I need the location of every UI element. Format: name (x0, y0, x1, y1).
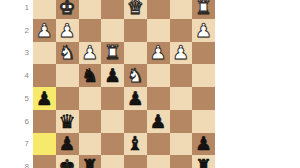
white-pawn: ♟ (59, 21, 76, 40)
square-a8[interactable]: ♜ (192, 155, 215, 168)
square-c8[interactable] (147, 155, 170, 168)
square-h8[interactable] (33, 155, 56, 168)
black-king: ♚ (59, 157, 76, 168)
chess-board[interactable]: ♚♛♜♟♟♟♞♟♜♟♟♞♟♞♟♟♛♟♟♝♟♚♜♜ (33, 0, 215, 168)
white-rook: ♜ (195, 0, 212, 17)
square-b5[interactable] (170, 87, 193, 110)
white-pawn: ♟ (195, 21, 212, 40)
square-g3[interactable]: ♞ (56, 42, 79, 65)
black-pawn: ♟ (59, 134, 76, 153)
square-a3[interactable] (192, 42, 215, 65)
square-c6[interactable]: ♟ (147, 110, 170, 133)
square-c1[interactable] (147, 0, 170, 19)
square-a4[interactable] (192, 64, 215, 87)
rank-label-8: 8 (0, 155, 31, 168)
square-e3[interactable]: ♜ (101, 42, 124, 65)
square-b2[interactable] (170, 19, 193, 42)
white-rook: ♜ (104, 43, 121, 62)
square-g5[interactable] (56, 87, 79, 110)
square-d5[interactable]: ♟ (124, 87, 147, 110)
rank-label-2: 2 (0, 19, 31, 42)
black-pawn: ♟ (104, 66, 121, 85)
square-d6[interactable] (124, 110, 147, 133)
square-f1[interactable] (79, 0, 102, 19)
black-rook: ♜ (195, 157, 212, 168)
square-a6[interactable] (192, 110, 215, 133)
square-g1[interactable]: ♚ (56, 0, 79, 19)
square-e1[interactable] (101, 0, 124, 19)
rank-label-6: 6 (0, 110, 31, 133)
black-rook: ♜ (81, 157, 98, 168)
square-g7[interactable]: ♟ (56, 133, 79, 156)
square-e8[interactable] (101, 155, 124, 168)
square-b3[interactable]: ♟ (170, 42, 193, 65)
square-g6[interactable]: ♛ (56, 110, 79, 133)
square-d2[interactable] (124, 19, 147, 42)
square-d8[interactable] (124, 155, 147, 168)
rank-label-4: 4 (0, 64, 31, 87)
square-f6[interactable] (79, 110, 102, 133)
square-g2[interactable]: ♟ (56, 19, 79, 42)
square-d1[interactable]: ♛ (124, 0, 147, 19)
white-pawn: ♟ (81, 43, 98, 62)
rank-label-1: 1 (0, 0, 31, 19)
square-f3[interactable]: ♟ (79, 42, 102, 65)
square-a2[interactable]: ♟ (192, 19, 215, 42)
black-pawn: ♟ (36, 89, 53, 108)
square-h1[interactable] (33, 0, 56, 19)
square-c7[interactable] (147, 133, 170, 156)
square-b1[interactable] (170, 0, 193, 19)
square-h7[interactable] (33, 133, 56, 156)
square-c3[interactable]: ♟ (147, 42, 170, 65)
square-e5[interactable] (101, 87, 124, 110)
rank-label-5: 5 (0, 87, 31, 110)
white-pawn: ♟ (172, 43, 189, 62)
square-b6[interactable] (170, 110, 193, 133)
square-d3[interactable] (124, 42, 147, 65)
square-h4[interactable] (33, 64, 56, 87)
square-g4[interactable] (56, 64, 79, 87)
square-b7[interactable] (170, 133, 193, 156)
white-king: ♚ (59, 0, 76, 17)
square-a1[interactable]: ♜ (192, 0, 215, 19)
black-bishop: ♝ (127, 134, 144, 153)
square-f7[interactable] (79, 133, 102, 156)
white-pawn: ♟ (150, 43, 167, 62)
white-knight: ♞ (127, 66, 144, 85)
square-e6[interactable] (101, 110, 124, 133)
square-h5[interactable]: ♟ (33, 87, 56, 110)
square-d4[interactable]: ♞ (124, 64, 147, 87)
white-queen: ♛ (127, 0, 144, 17)
square-b4[interactable] (170, 64, 193, 87)
square-f2[interactable] (79, 19, 102, 42)
rank-label-7: 7 (0, 133, 31, 156)
square-f8[interactable]: ♜ (79, 155, 102, 168)
square-e7[interactable] (101, 133, 124, 156)
square-c5[interactable] (147, 87, 170, 110)
square-c4[interactable] (147, 64, 170, 87)
black-queen: ♛ (59, 112, 76, 131)
white-knight: ♞ (59, 43, 76, 62)
square-d7[interactable]: ♝ (124, 133, 147, 156)
rank-label-column: 12345678 (0, 0, 31, 168)
black-pawn: ♟ (150, 112, 167, 131)
square-h2[interactable]: ♟ (33, 19, 56, 42)
white-pawn: ♟ (36, 21, 53, 40)
black-pawn: ♟ (195, 134, 212, 153)
square-e4[interactable]: ♟ (101, 64, 124, 87)
square-a5[interactable] (192, 87, 215, 110)
black-knight: ♞ (81, 66, 98, 85)
square-e2[interactable] (101, 19, 124, 42)
square-g8[interactable]: ♚ (56, 155, 79, 168)
square-b8[interactable] (170, 155, 193, 168)
square-h6[interactable] (33, 110, 56, 133)
square-h3[interactable] (33, 42, 56, 65)
square-c2[interactable] (147, 19, 170, 42)
square-f5[interactable] (79, 87, 102, 110)
square-a7[interactable]: ♟ (192, 133, 215, 156)
chess-app-canvas: 12345678 ♚♛♜♟♟♟♞♟♜♟♟♞♟♞♟♟♛♟♟♝♟♚♜♜ (0, 0, 300, 168)
black-pawn: ♟ (127, 89, 144, 108)
rank-label-3: 3 (0, 42, 31, 65)
square-f4[interactable]: ♞ (79, 64, 102, 87)
